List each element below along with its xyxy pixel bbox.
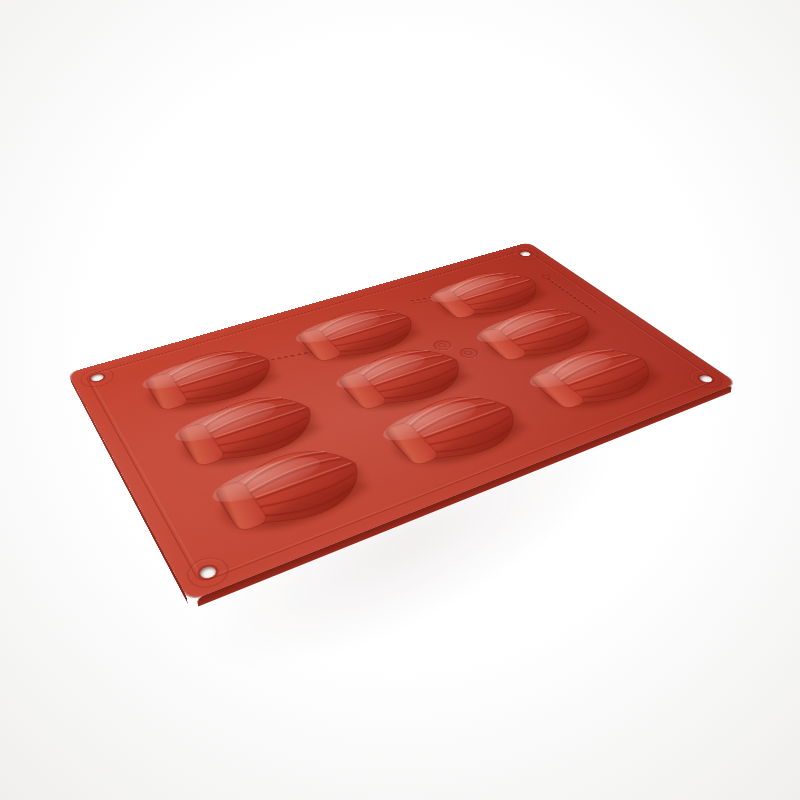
mould-cavity-4	[150, 379, 341, 488]
corner-hole	[198, 565, 218, 580]
corner-hole	[90, 373, 105, 382]
rim-groove-highlight	[88, 250, 714, 580]
scene	[0, 0, 800, 800]
corner-hole	[697, 374, 715, 383]
mould-top-face	[68, 242, 737, 601]
madeleine-shell-shape	[150, 379, 341, 488]
madeleine-mould	[68, 242, 737, 601]
corner-hole	[518, 251, 532, 257]
